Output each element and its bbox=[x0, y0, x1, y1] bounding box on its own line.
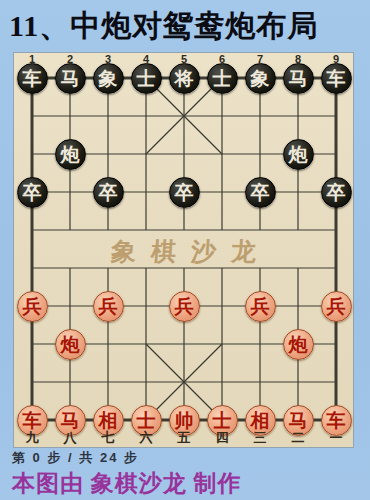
file-label-bottom-5: 五 bbox=[173, 429, 195, 447]
piece-red-兵-f5r6: 兵 bbox=[169, 291, 200, 322]
piece-black-卒-f3r3: 卒 bbox=[93, 177, 124, 208]
file-label-bottom-9: 一 bbox=[325, 429, 347, 447]
piece-black-象-f3r0: 象 bbox=[93, 63, 124, 94]
file-label-bottom-2: 八 bbox=[59, 429, 81, 447]
piece-black-车-f9r0: 车 bbox=[321, 63, 352, 94]
river-watermark: 象棋沙龙 bbox=[13, 235, 354, 268]
piece-black-士-f4r0: 士 bbox=[131, 63, 162, 94]
piece-red-兵-f1r6: 兵 bbox=[17, 291, 48, 322]
file-label-bottom-1: 九 bbox=[21, 429, 43, 447]
piece-black-车-f1r0: 车 bbox=[17, 63, 48, 94]
credit-text: 本图由 象棋沙龙 制作 bbox=[12, 468, 242, 499]
piece-black-卒-f5r3: 卒 bbox=[169, 177, 200, 208]
piece-black-马-f8r0: 马 bbox=[283, 63, 314, 94]
file-label-bottom-4: 六 bbox=[135, 429, 157, 447]
piece-black-象-f7r0: 象 bbox=[245, 63, 276, 94]
piece-black-卒-f7r3: 卒 bbox=[245, 177, 276, 208]
piece-red-兵-f3r6: 兵 bbox=[93, 291, 124, 322]
xiangqi-board: 123456789 象棋沙龙 车马象士将士象马车炮炮卒卒卒卒卒兵兵兵兵兵炮炮车马… bbox=[14, 53, 353, 447]
piece-red-兵-f7r6: 兵 bbox=[245, 291, 276, 322]
file-label-bottom-3: 七 bbox=[97, 429, 119, 447]
file-label-bottom-7: 三 bbox=[249, 429, 271, 447]
piece-red-炮-f2r7: 炮 bbox=[55, 329, 86, 360]
piece-black-士-f6r0: 士 bbox=[207, 63, 238, 94]
piece-red-兵-f9r6: 兵 bbox=[321, 291, 352, 322]
piece-black-马-f2r0: 马 bbox=[55, 63, 86, 94]
piece-black-炮-f8r2: 炮 bbox=[283, 139, 314, 170]
piece-black-卒-f9r3: 卒 bbox=[321, 177, 352, 208]
piece-black-将-f5r0: 将 bbox=[169, 63, 200, 94]
piece-red-炮-f8r7: 炮 bbox=[283, 329, 314, 360]
file-label-bottom-8: 二 bbox=[287, 429, 309, 447]
move-counter: 第 0 步 / 共 24 步 bbox=[12, 449, 139, 467]
piece-black-卒-f1r3: 卒 bbox=[17, 177, 48, 208]
piece-black-炮-f2r2: 炮 bbox=[55, 139, 86, 170]
file-label-bottom-6: 四 bbox=[211, 429, 233, 447]
page-title: 11、中炮对鸳鸯炮布局 bbox=[9, 6, 363, 47]
